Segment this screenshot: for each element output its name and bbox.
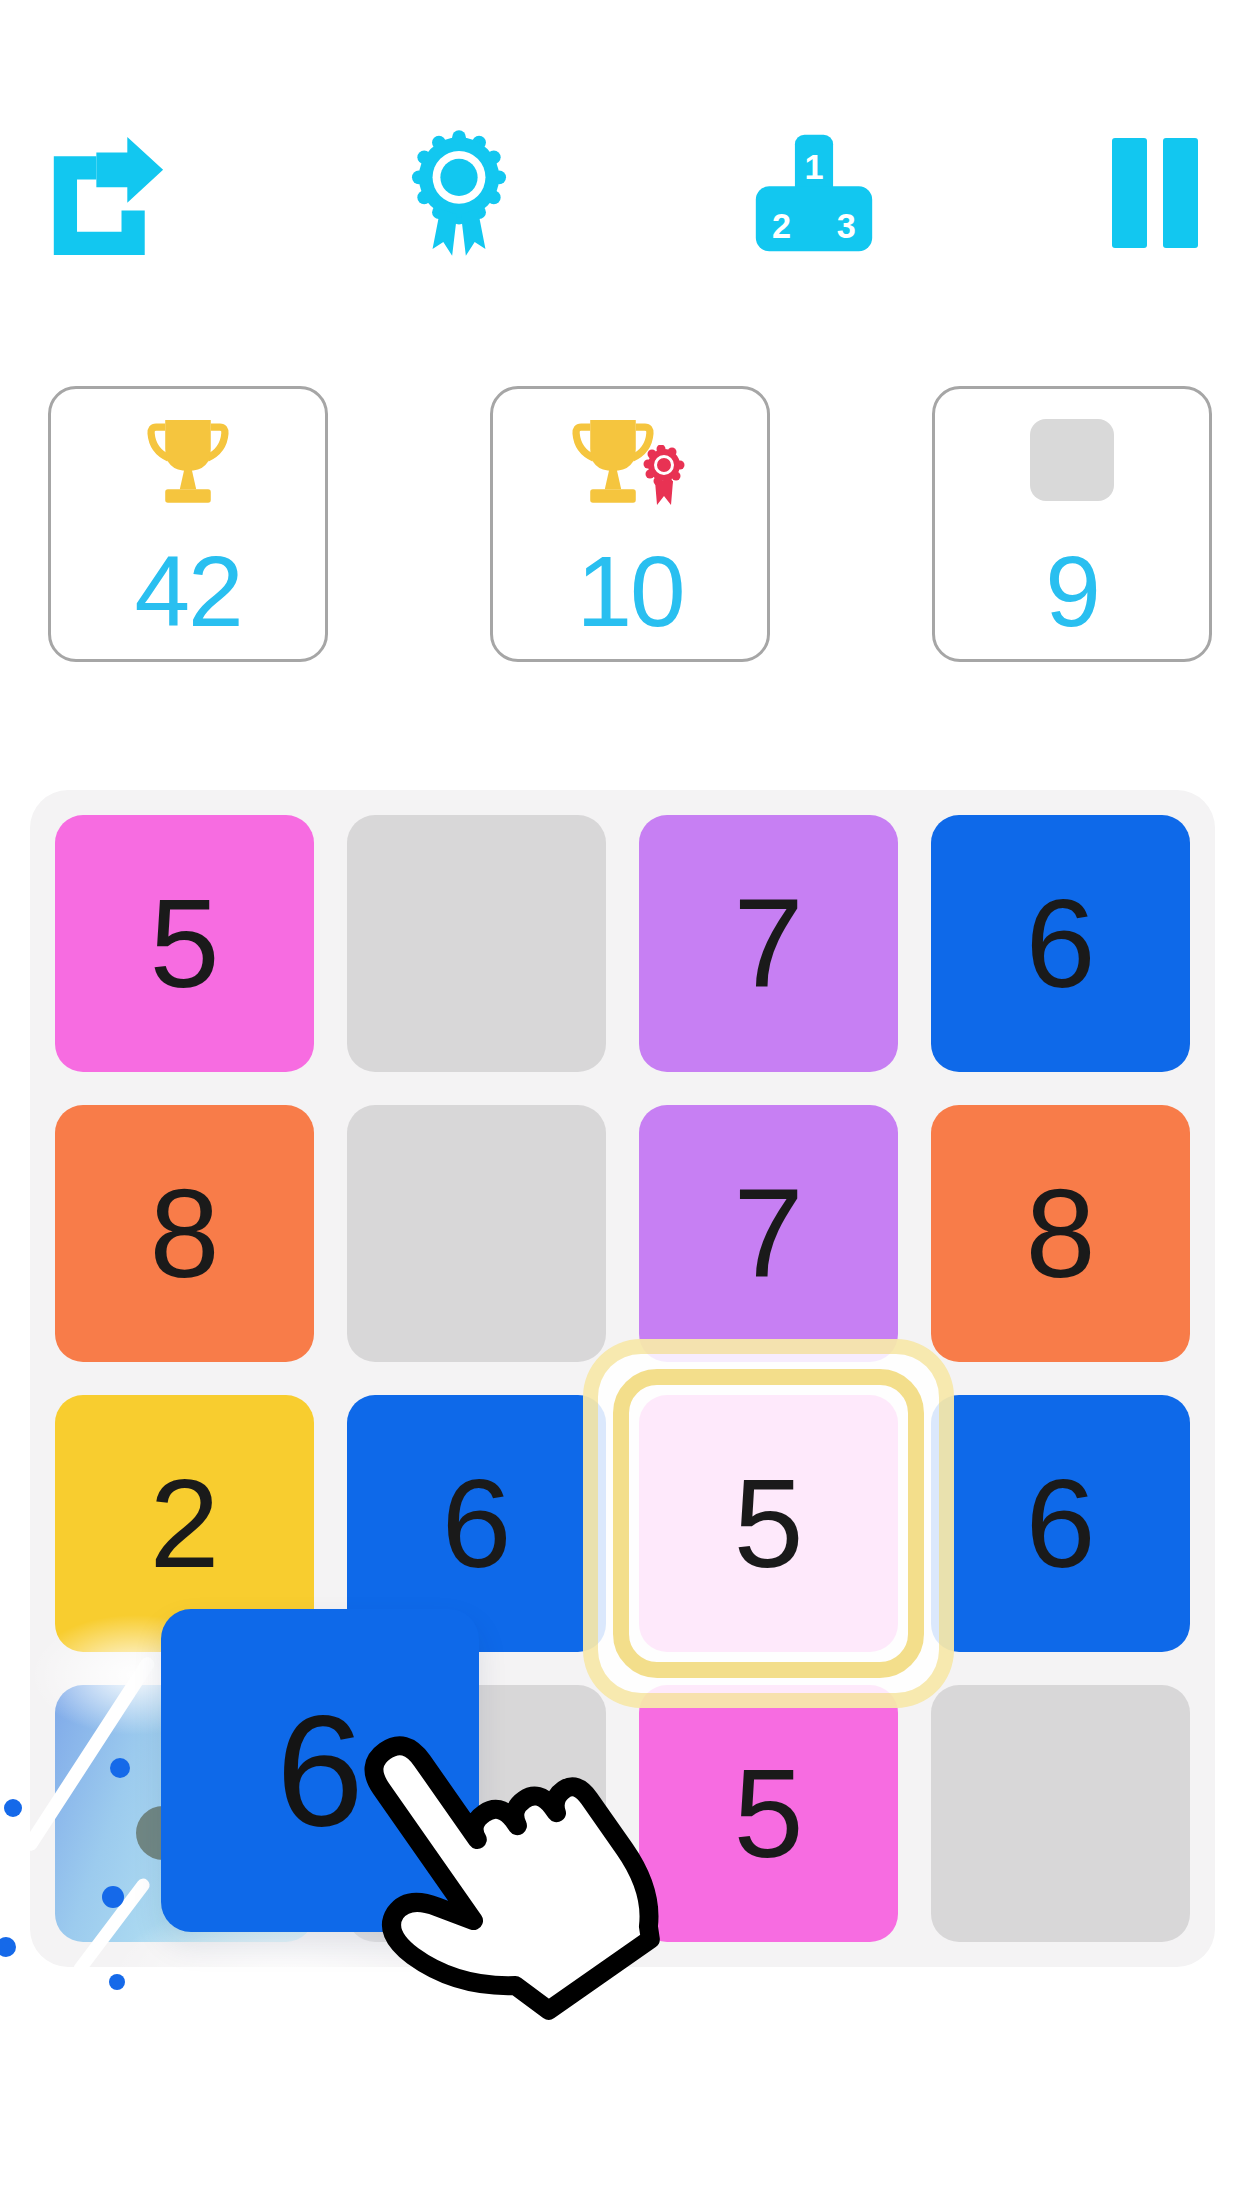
share-button[interactable] bbox=[48, 128, 166, 260]
stat-value-medals: 10 bbox=[576, 541, 683, 641]
tile-r2c1-value-8[interactable]: 8 bbox=[55, 1105, 314, 1362]
pause-icon bbox=[1112, 138, 1198, 248]
game-screen: 1 2 3 42 bbox=[0, 0, 1242, 2208]
podium-rank-1: 1 bbox=[804, 148, 823, 186]
stat-card-medals: 10 bbox=[490, 386, 770, 662]
stat-card-tiles: 9 bbox=[932, 386, 1212, 662]
tile-r2c4-value-8[interactable]: 8 bbox=[931, 1105, 1190, 1362]
leaderboard-button[interactable]: 1 2 3 bbox=[752, 128, 876, 258]
empty-cell-r1c2 bbox=[347, 815, 606, 1072]
podium-icon: 1 2 3 bbox=[752, 128, 876, 258]
rosette-badge-icon bbox=[640, 445, 688, 507]
blue-particle bbox=[0, 1937, 16, 1957]
tile-r3c3-value-5[interactable]: 5 bbox=[639, 1395, 898, 1652]
blue-particle bbox=[110, 1758, 130, 1778]
tile-r1c4-value-6[interactable]: 6 bbox=[931, 815, 1190, 1072]
stat-value-tiles: 9 bbox=[1045, 541, 1099, 641]
empty-cell-r4c4 bbox=[931, 1685, 1190, 1942]
empty-cell-r2c2 bbox=[347, 1105, 606, 1362]
tile-r1c3-value-7[interactable]: 7 bbox=[639, 815, 898, 1072]
tile-r2c3-value-7[interactable]: 7 bbox=[639, 1105, 898, 1362]
blue-particle bbox=[109, 1974, 125, 1990]
pause-button[interactable] bbox=[1112, 138, 1198, 248]
blue-particle bbox=[4, 1799, 22, 1817]
trophy-with-rosette-icon bbox=[572, 405, 654, 515]
tile-r3c4-value-6[interactable]: 6 bbox=[931, 1395, 1190, 1652]
awards-button[interactable] bbox=[410, 126, 508, 264]
tile-r1c1-value-5[interactable]: 5 bbox=[55, 815, 314, 1072]
podium-rank-3: 3 bbox=[837, 207, 856, 245]
blue-particle bbox=[102, 1886, 124, 1908]
podium-rank-2: 2 bbox=[772, 207, 791, 245]
stat-card-trophies: 42 bbox=[48, 386, 328, 662]
empty-tile-icon bbox=[1030, 405, 1114, 515]
share-arrow-icon bbox=[48, 128, 166, 260]
rosette-medal-icon bbox=[410, 126, 508, 264]
stat-value-trophies: 42 bbox=[134, 541, 241, 641]
trophy-icon bbox=[147, 405, 229, 515]
